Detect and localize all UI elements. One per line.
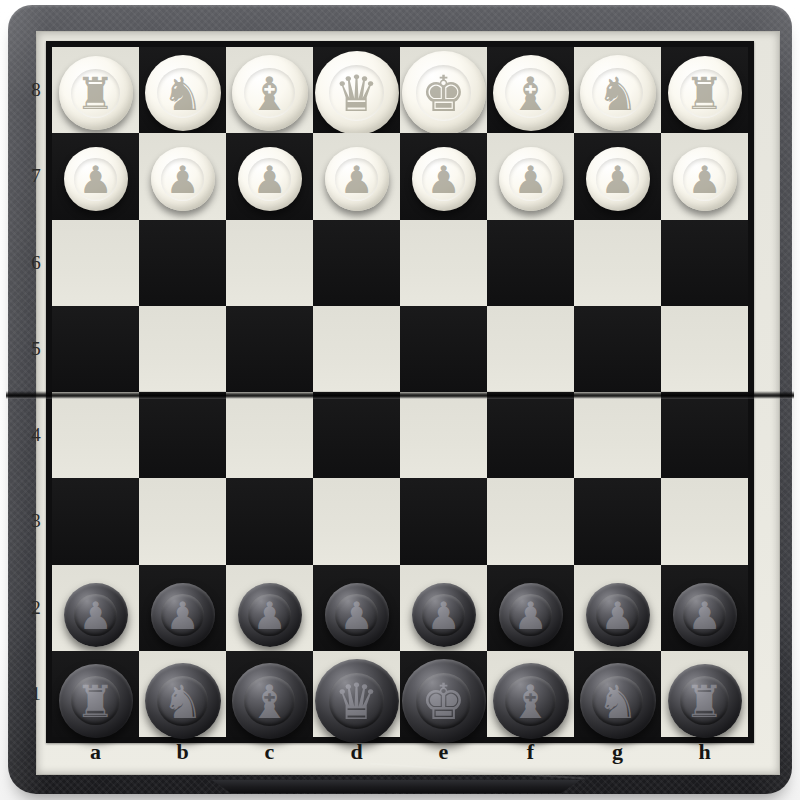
piece-black-king[interactable]: ♚ bbox=[402, 659, 486, 743]
queen-glyph: ♛ bbox=[334, 69, 379, 119]
pawn-glyph: ♟ bbox=[600, 597, 634, 635]
knight-glyph: ♞ bbox=[597, 71, 638, 117]
rank-label-5: 5 bbox=[26, 306, 46, 392]
file-labels: a b c d e f g h bbox=[52, 738, 748, 766]
square-b6[interactable] bbox=[139, 220, 226, 306]
file-label-f: f bbox=[487, 738, 574, 766]
piece-white-pawn[interactable]: ♟ bbox=[499, 147, 563, 211]
pawn-glyph: ♟ bbox=[339, 161, 373, 199]
piece-black-pawn[interactable]: ♟ bbox=[238, 583, 302, 647]
piece-white-pawn[interactable]: ♟ bbox=[586, 147, 650, 211]
square-f7[interactable]: ♟ bbox=[487, 133, 574, 219]
bishop-glyph: ♝ bbox=[249, 679, 290, 725]
knight-glyph: ♞ bbox=[597, 679, 638, 725]
knight-glyph: ♞ bbox=[162, 679, 203, 725]
square-d4[interactable] bbox=[313, 392, 400, 478]
square-c1[interactable]: ♝ bbox=[226, 651, 313, 737]
piece-black-pawn[interactable]: ♟ bbox=[325, 583, 389, 647]
rank-label-1: 1 bbox=[26, 651, 46, 737]
square-h4[interactable] bbox=[661, 392, 748, 478]
square-d1[interactable]: ♛ bbox=[313, 651, 400, 737]
square-a4[interactable] bbox=[52, 392, 139, 478]
piece-black-pawn[interactable]: ♟ bbox=[412, 583, 476, 647]
rank-label-6: 6 bbox=[26, 220, 46, 306]
piece-white-king[interactable]: ♚ bbox=[402, 51, 486, 135]
square-c5[interactable] bbox=[226, 306, 313, 392]
square-f5[interactable] bbox=[487, 306, 574, 392]
rank-label-3: 3 bbox=[26, 478, 46, 564]
square-f2[interactable]: ♟ bbox=[487, 565, 574, 651]
square-c7[interactable]: ♟ bbox=[226, 133, 313, 219]
pawn-glyph: ♟ bbox=[426, 161, 460, 199]
square-e7[interactable]: ♟ bbox=[400, 133, 487, 219]
rook-glyph: ♜ bbox=[76, 680, 115, 724]
piece-black-pawn[interactable]: ♟ bbox=[673, 583, 737, 647]
square-a6[interactable] bbox=[52, 220, 139, 306]
piece-white-knight[interactable]: ♞ bbox=[145, 55, 221, 131]
square-g3[interactable] bbox=[574, 478, 661, 564]
square-g5[interactable] bbox=[574, 306, 661, 392]
square-e5[interactable] bbox=[400, 306, 487, 392]
piece-white-pawn[interactable]: ♟ bbox=[673, 147, 737, 211]
square-c8[interactable]: ♝ bbox=[226, 47, 313, 133]
piece-black-pawn[interactable]: ♟ bbox=[64, 583, 128, 647]
square-d6[interactable] bbox=[313, 220, 400, 306]
square-h3[interactable] bbox=[661, 478, 748, 564]
file-label-g: g bbox=[574, 738, 661, 766]
square-g1[interactable]: ♞ bbox=[574, 651, 661, 737]
piece-white-knight[interactable]: ♞ bbox=[580, 55, 656, 131]
square-g7[interactable]: ♟ bbox=[574, 133, 661, 219]
square-b4[interactable] bbox=[139, 392, 226, 478]
piece-black-bishop[interactable]: ♝ bbox=[232, 663, 308, 739]
square-a5[interactable] bbox=[52, 306, 139, 392]
square-h5[interactable] bbox=[661, 306, 748, 392]
bishop-glyph: ♝ bbox=[249, 71, 290, 117]
square-b1[interactable]: ♞ bbox=[139, 651, 226, 737]
square-c6[interactable] bbox=[226, 220, 313, 306]
piece-black-queen[interactable]: ♛ bbox=[315, 659, 399, 743]
file-label-h: h bbox=[661, 738, 748, 766]
piece-white-pawn[interactable]: ♟ bbox=[151, 147, 215, 211]
pawn-glyph: ♟ bbox=[513, 597, 547, 635]
rank-label-2: 2 bbox=[26, 565, 46, 651]
bishop-glyph: ♝ bbox=[510, 71, 551, 117]
square-g6[interactable] bbox=[574, 220, 661, 306]
piece-white-bishop[interactable]: ♝ bbox=[493, 55, 569, 131]
rank-label-4: 4 bbox=[26, 392, 46, 478]
king-glyph: ♚ bbox=[421, 69, 466, 119]
piece-white-pawn[interactable]: ♟ bbox=[412, 147, 476, 211]
square-a7[interactable]: ♟ bbox=[52, 133, 139, 219]
square-h6[interactable] bbox=[661, 220, 748, 306]
file-label-e: e bbox=[400, 738, 487, 766]
piece-white-rook[interactable]: ♜ bbox=[668, 56, 742, 130]
piece-black-pawn[interactable]: ♟ bbox=[499, 583, 563, 647]
pawn-glyph: ♟ bbox=[78, 161, 112, 199]
pawn-glyph: ♟ bbox=[78, 597, 112, 635]
piece-white-queen[interactable]: ♛ bbox=[315, 51, 399, 135]
file-label-a: a bbox=[52, 738, 139, 766]
square-h1[interactable]: ♜ bbox=[661, 651, 748, 737]
pawn-glyph: ♟ bbox=[600, 161, 634, 199]
square-e8[interactable]: ♚ bbox=[400, 47, 487, 133]
square-a2[interactable]: ♟ bbox=[52, 565, 139, 651]
piece-white-pawn[interactable]: ♟ bbox=[238, 147, 302, 211]
king-glyph: ♚ bbox=[421, 677, 466, 727]
knight-glyph: ♞ bbox=[162, 71, 203, 117]
rook-glyph: ♜ bbox=[76, 72, 115, 116]
playing-field-border: ♜♞♝♛♚♝♞♜♟♟♟♟♟♟♟♟♟♟♟♟♟♟♟♟♜♞♝♛♚♝♞♜ bbox=[46, 41, 754, 743]
square-e6[interactable] bbox=[400, 220, 487, 306]
square-d8[interactable]: ♛ bbox=[313, 47, 400, 133]
square-d2[interactable]: ♟ bbox=[313, 565, 400, 651]
piece-white-pawn[interactable]: ♟ bbox=[325, 147, 389, 211]
piece-black-pawn[interactable]: ♟ bbox=[586, 583, 650, 647]
rank-labels: 8 7 6 5 4 3 2 1 bbox=[26, 47, 46, 737]
piece-white-rook[interactable]: ♜ bbox=[59, 56, 133, 130]
pawn-glyph: ♟ bbox=[252, 161, 286, 199]
piece-black-rook[interactable]: ♜ bbox=[59, 664, 133, 738]
square-f6[interactable] bbox=[487, 220, 574, 306]
piece-white-bishop[interactable]: ♝ bbox=[232, 55, 308, 131]
square-c2[interactable]: ♟ bbox=[226, 565, 313, 651]
rook-glyph: ♜ bbox=[685, 680, 724, 724]
square-h2[interactable]: ♟ bbox=[661, 565, 748, 651]
piece-black-pawn[interactable]: ♟ bbox=[151, 583, 215, 647]
square-h7[interactable]: ♟ bbox=[661, 133, 748, 219]
square-b8[interactable]: ♞ bbox=[139, 47, 226, 133]
square-d3[interactable] bbox=[313, 478, 400, 564]
square-b5[interactable] bbox=[139, 306, 226, 392]
square-a1[interactable]: ♜ bbox=[52, 651, 139, 737]
pawn-glyph: ♟ bbox=[339, 597, 373, 635]
square-c3[interactable] bbox=[226, 478, 313, 564]
square-h8[interactable]: ♜ bbox=[661, 47, 748, 133]
square-a8[interactable]: ♜ bbox=[52, 47, 139, 133]
piece-black-rook[interactable]: ♜ bbox=[668, 664, 742, 738]
square-b7[interactable]: ♟ bbox=[139, 133, 226, 219]
square-c4[interactable] bbox=[226, 392, 313, 478]
pawn-glyph: ♟ bbox=[687, 161, 721, 199]
pawn-glyph: ♟ bbox=[165, 161, 199, 199]
pawn-glyph: ♟ bbox=[513, 161, 547, 199]
piece-black-bishop[interactable]: ♝ bbox=[493, 663, 569, 739]
square-g8[interactable]: ♞ bbox=[574, 47, 661, 133]
square-e2[interactable]: ♟ bbox=[400, 565, 487, 651]
square-e1[interactable]: ♚ bbox=[400, 651, 487, 737]
square-d5[interactable] bbox=[313, 306, 400, 392]
rank-label-7: 7 bbox=[26, 133, 46, 219]
piece-black-knight[interactable]: ♞ bbox=[580, 663, 656, 739]
square-d7[interactable]: ♟ bbox=[313, 133, 400, 219]
square-a3[interactable] bbox=[52, 478, 139, 564]
pawn-glyph: ♟ bbox=[252, 597, 286, 635]
square-g4[interactable] bbox=[574, 392, 661, 478]
pawn-glyph: ♟ bbox=[165, 597, 199, 635]
pawn-glyph: ♟ bbox=[426, 597, 460, 635]
square-b2[interactable]: ♟ bbox=[139, 565, 226, 651]
chess-board: ♜♞♝♛♚♝♞♜♟♟♟♟♟♟♟♟♟♟♟♟♟♟♟♟♜♞♝♛♚♝♞♜ bbox=[52, 47, 748, 737]
square-f8[interactable]: ♝ bbox=[487, 47, 574, 133]
square-f1[interactable]: ♝ bbox=[487, 651, 574, 737]
pawn-glyph: ♟ bbox=[687, 597, 721, 635]
rook-glyph: ♜ bbox=[685, 72, 724, 116]
rank-label-8: 8 bbox=[26, 47, 46, 133]
file-label-c: c bbox=[226, 738, 313, 766]
file-label-b: b bbox=[139, 738, 226, 766]
piece-white-pawn[interactable]: ♟ bbox=[64, 147, 128, 211]
square-f3[interactable] bbox=[487, 478, 574, 564]
queen-glyph: ♛ bbox=[334, 677, 379, 727]
file-label-d: d bbox=[313, 738, 400, 766]
piece-black-knight[interactable]: ♞ bbox=[145, 663, 221, 739]
square-f4[interactable] bbox=[487, 392, 574, 478]
square-g2[interactable]: ♟ bbox=[574, 565, 661, 651]
bishop-glyph: ♝ bbox=[510, 679, 551, 725]
square-e4[interactable] bbox=[400, 392, 487, 478]
square-e3[interactable] bbox=[400, 478, 487, 564]
square-b3[interactable] bbox=[139, 478, 226, 564]
bottom-latch bbox=[204, 780, 588, 793]
